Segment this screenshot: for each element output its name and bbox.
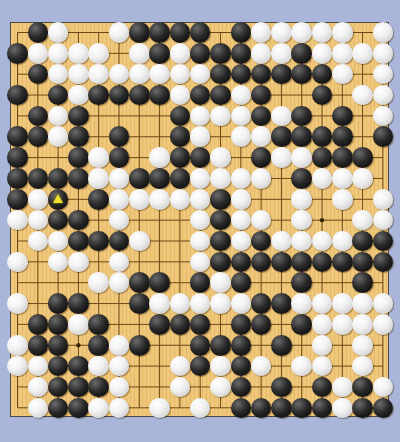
- black-stone: [231, 252, 252, 273]
- black-stone: [231, 22, 252, 43]
- white-stone: [271, 147, 292, 168]
- black-stone: [149, 272, 170, 293]
- white-stone: [48, 22, 69, 43]
- black-stone: [170, 147, 191, 168]
- white-stone: [7, 335, 28, 356]
- black-stone: [291, 43, 312, 64]
- black-stone: [352, 147, 373, 168]
- black-stone: [210, 189, 231, 210]
- white-stone: [352, 85, 373, 106]
- black-stone: [170, 314, 191, 335]
- black-stone: [28, 106, 49, 127]
- white-stone: [312, 22, 333, 43]
- black-stone: [210, 210, 231, 231]
- black-stone: [312, 126, 333, 147]
- black-stone: [7, 43, 28, 64]
- white-stone: [88, 398, 109, 419]
- black-stone: [129, 22, 150, 43]
- white-stone: [149, 398, 170, 419]
- black-stone: [129, 85, 150, 106]
- black-stone: [332, 147, 353, 168]
- black-stone: [352, 272, 373, 293]
- white-stone: [129, 231, 150, 252]
- black-stone: [251, 293, 272, 314]
- black-stone: [291, 314, 312, 335]
- black-stone: [291, 106, 312, 127]
- white-stone: [210, 168, 231, 189]
- black-stone: [149, 85, 170, 106]
- black-stone: [190, 314, 211, 335]
- white-stone: [190, 189, 211, 210]
- white-stone: [373, 314, 394, 335]
- white-stone: [28, 377, 49, 398]
- white-stone: [291, 147, 312, 168]
- white-stone: [373, 189, 394, 210]
- white-stone: [271, 22, 292, 43]
- black-stone: [291, 126, 312, 147]
- black-stone: [231, 398, 252, 419]
- black-stone: [88, 335, 109, 356]
- white-stone: [28, 189, 49, 210]
- white-stone: [88, 168, 109, 189]
- black-stone: [48, 293, 69, 314]
- white-stone: [352, 335, 373, 356]
- white-stone: [332, 293, 353, 314]
- white-stone: [312, 43, 333, 64]
- white-stone: [149, 189, 170, 210]
- white-stone: [332, 168, 353, 189]
- white-stone: [352, 43, 373, 64]
- black-stone: [210, 85, 231, 106]
- white-stone: [149, 147, 170, 168]
- white-stone: [373, 22, 394, 43]
- white-stone: [231, 106, 252, 127]
- white-stone: [7, 293, 28, 314]
- black-stone: [170, 22, 191, 43]
- black-stone: [271, 126, 292, 147]
- white-stone: [251, 43, 272, 64]
- black-stone: [332, 106, 353, 127]
- black-stone: [170, 168, 191, 189]
- white-stone: [88, 272, 109, 293]
- black-stone: [271, 293, 292, 314]
- black-stone: [373, 126, 394, 147]
- white-stone: [170, 189, 191, 210]
- black-stone: [129, 272, 150, 293]
- black-stone: [291, 398, 312, 419]
- black-stone: [352, 398, 373, 419]
- black-stone: [88, 231, 109, 252]
- white-stone: [210, 272, 231, 293]
- black-stone: [129, 168, 150, 189]
- black-stone: [170, 126, 191, 147]
- black-stone: [231, 314, 252, 335]
- white-stone: [332, 22, 353, 43]
- black-stone: [373, 398, 394, 419]
- white-stone: [332, 398, 353, 419]
- white-stone: [68, 252, 89, 273]
- white-stone: [28, 398, 49, 419]
- white-stone: [332, 64, 353, 85]
- white-stone: [7, 252, 28, 273]
- black-stone: [149, 43, 170, 64]
- black-stone: [7, 189, 28, 210]
- black-stone: [68, 356, 89, 377]
- white-stone: [312, 314, 333, 335]
- black-stone: [7, 147, 28, 168]
- black-stone: [190, 43, 211, 64]
- black-stone: [271, 64, 292, 85]
- black-stone: [149, 22, 170, 43]
- white-stone: [109, 22, 130, 43]
- white-stone: [312, 335, 333, 356]
- black-stone: [210, 43, 231, 64]
- white-stone: [231, 126, 252, 147]
- black-stone: [231, 377, 252, 398]
- white-stone: [291, 293, 312, 314]
- black-stone: [28, 335, 49, 356]
- black-stone: [332, 252, 353, 273]
- black-stone: [109, 126, 130, 147]
- go-board[interactable]: [10, 22, 389, 417]
- white-stone: [332, 231, 353, 252]
- black-stone: [271, 398, 292, 419]
- black-stone: [231, 335, 252, 356]
- black-stone: [28, 126, 49, 147]
- white-stone: [210, 147, 231, 168]
- white-stone: [312, 293, 333, 314]
- white-stone: [7, 356, 28, 377]
- black-stone: [48, 314, 69, 335]
- white-stone: [68, 314, 89, 335]
- white-stone: [210, 106, 231, 127]
- black-stone: [231, 43, 252, 64]
- white-stone: [332, 314, 353, 335]
- black-stone: [149, 314, 170, 335]
- black-stone: [68, 210, 89, 231]
- black-stone: [332, 126, 353, 147]
- black-stone: [291, 252, 312, 273]
- black-stone: [129, 293, 150, 314]
- white-stone: [352, 356, 373, 377]
- black-stone: [210, 335, 231, 356]
- black-stone: [129, 335, 150, 356]
- black-stone: [210, 64, 231, 85]
- black-stone: [88, 377, 109, 398]
- black-stone: [7, 126, 28, 147]
- black-stone: [352, 252, 373, 273]
- white-stone: [210, 377, 231, 398]
- white-stone: [88, 147, 109, 168]
- black-stone: [312, 147, 333, 168]
- black-stone: [48, 335, 69, 356]
- black-stone: [291, 272, 312, 293]
- black-stone: [291, 168, 312, 189]
- white-stone: [332, 189, 353, 210]
- black-stone: [251, 314, 272, 335]
- white-stone: [68, 64, 89, 85]
- black-stone: [109, 147, 130, 168]
- white-stone: [210, 293, 231, 314]
- black-stone: [28, 22, 49, 43]
- black-stone: [48, 189, 69, 210]
- black-stone: [88, 314, 109, 335]
- white-stone: [109, 335, 130, 356]
- white-stone: [7, 210, 28, 231]
- black-stone: [231, 272, 252, 293]
- white-stone: [231, 189, 252, 210]
- black-stone: [28, 168, 49, 189]
- white-stone: [129, 43, 150, 64]
- white-stone: [68, 85, 89, 106]
- white-stone: [210, 356, 231, 377]
- black-stone: [28, 314, 49, 335]
- white-stone: [231, 293, 252, 314]
- black-stone: [149, 168, 170, 189]
- white-stone: [170, 43, 191, 64]
- black-stone: [68, 377, 89, 398]
- black-stone: [68, 168, 89, 189]
- white-stone: [352, 314, 373, 335]
- white-stone: [109, 168, 130, 189]
- white-stone: [271, 106, 292, 127]
- white-stone: [129, 189, 150, 210]
- white-stone: [149, 293, 170, 314]
- black-stone: [271, 335, 292, 356]
- black-stone: [210, 252, 231, 273]
- black-stone: [48, 168, 69, 189]
- black-stone: [271, 252, 292, 273]
- white-stone: [190, 168, 211, 189]
- black-stone: [373, 252, 394, 273]
- white-stone: [373, 293, 394, 314]
- white-stone: [28, 43, 49, 64]
- black-stone: [251, 147, 272, 168]
- white-stone: [88, 43, 109, 64]
- white-stone: [109, 272, 130, 293]
- black-stone: [88, 189, 109, 210]
- black-stone: [271, 377, 292, 398]
- white-stone: [68, 43, 89, 64]
- white-stone: [271, 43, 292, 64]
- white-stone: [129, 64, 150, 85]
- white-stone: [170, 293, 191, 314]
- white-stone: [291, 231, 312, 252]
- white-stone: [352, 168, 373, 189]
- black-stone: [68, 106, 89, 127]
- white-stone: [312, 168, 333, 189]
- white-stone: [373, 43, 394, 64]
- white-stone: [291, 189, 312, 210]
- black-stone: [352, 231, 373, 252]
- white-stone: [251, 168, 272, 189]
- black-stone: [7, 85, 28, 106]
- black-stone: [68, 231, 89, 252]
- black-stone: [7, 168, 28, 189]
- white-stone: [332, 43, 353, 64]
- white-stone: [352, 293, 373, 314]
- white-stone: [109, 189, 130, 210]
- black-stone: [68, 293, 89, 314]
- white-stone: [251, 22, 272, 43]
- white-stone: [48, 43, 69, 64]
- black-stone: [210, 231, 231, 252]
- black-stone: [352, 377, 373, 398]
- black-stone: [190, 335, 211, 356]
- black-stone: [68, 126, 89, 147]
- black-stone: [190, 22, 211, 43]
- white-stone: [332, 377, 353, 398]
- white-stone: [231, 168, 252, 189]
- black-stone: [68, 147, 89, 168]
- white-stone: [271, 231, 292, 252]
- black-stone: [68, 398, 89, 419]
- white-stone: [291, 22, 312, 43]
